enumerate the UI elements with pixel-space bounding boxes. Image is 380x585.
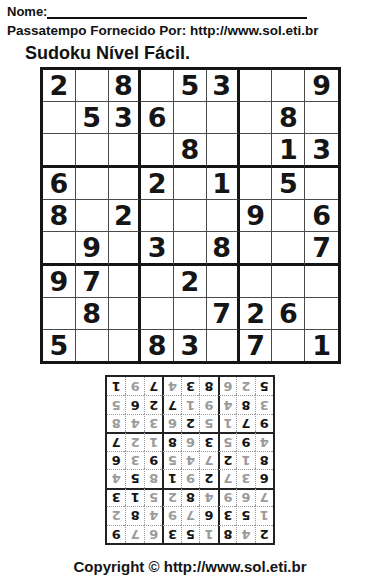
solution-cell: 7	[107, 432, 125, 450]
solution-cell: 6	[181, 432, 199, 450]
solution-grid: 2481536791536794827694825136372918548127…	[105, 375, 275, 545]
solution-cell: 3	[125, 451, 143, 469]
puzzle-cell	[305, 168, 338, 200]
page-header: Nome: Passatempo Fornecido Por: http://w…	[7, 2, 373, 64]
puzzle-cell: 8	[43, 200, 76, 232]
solution-cell: 6	[218, 377, 236, 395]
solution-cell: 1	[162, 469, 180, 487]
puzzle-cell	[240, 70, 273, 102]
solution-cell: 6	[255, 469, 273, 487]
puzzle-cell	[207, 134, 240, 168]
puzzle-cell: 1	[305, 330, 338, 361]
puzzle-cell: 8	[207, 232, 240, 266]
puzzle-cell: 9	[76, 232, 109, 266]
solution-cell: 9	[181, 469, 199, 487]
solution-cell: 8	[218, 525, 236, 543]
name-underline	[47, 4, 307, 19]
solution-cell: 5	[162, 451, 180, 469]
puzzle-cell	[272, 70, 305, 102]
solution-cell: 6	[199, 506, 217, 524]
puzzle-cell	[240, 102, 273, 134]
puzzle-cell: 5	[43, 330, 76, 361]
puzzle-cell: 5	[272, 168, 305, 200]
solution-cell: 3	[162, 525, 180, 543]
solution-cell: 1	[144, 432, 162, 450]
puzzle-cell	[109, 232, 142, 266]
puzzle-cell: 2	[43, 70, 76, 102]
solution-cell: 4	[125, 414, 143, 432]
solution-cell: 7	[199, 451, 217, 469]
provided-by-text: Passatempo Fornecido Por: http://www.sol…	[7, 23, 373, 38]
puzzle-cell: 2	[109, 200, 142, 232]
puzzle-cell: 5	[76, 102, 109, 134]
puzzle-cell: 3	[305, 134, 338, 168]
solution-cell: 4	[236, 525, 254, 543]
solution-cell: 5	[181, 525, 199, 543]
solution-cell: 3	[181, 377, 199, 395]
puzzle-cell	[272, 330, 305, 361]
puzzle-cell	[174, 232, 207, 266]
puzzle-cell: 7	[76, 266, 109, 298]
puzzle-cell	[174, 102, 207, 134]
solution-cell: 8	[162, 432, 180, 450]
puzzle-cell	[305, 102, 338, 134]
solution-cell: 4	[218, 395, 236, 413]
puzzle-cell	[109, 266, 142, 298]
puzzle-cell	[240, 168, 273, 200]
solution-cell: 9	[162, 506, 180, 524]
puzzle-cell	[43, 102, 76, 134]
puzzle-cell	[174, 200, 207, 232]
solution-cell: 2	[125, 432, 143, 450]
puzzle-cell	[141, 134, 174, 168]
puzzle-cell	[207, 330, 240, 361]
puzzle-grid: 285395368813621582969387972872658371	[40, 67, 341, 364]
puzzle-cell: 7	[240, 330, 273, 361]
solution-cell: 7	[162, 395, 180, 413]
puzzle-cell: 6	[272, 298, 305, 330]
solution-cell: 3	[144, 414, 162, 432]
solution-cell: 6	[144, 525, 162, 543]
solution-cell: 8	[125, 506, 143, 524]
solution-cell: 1	[218, 414, 236, 432]
solution-cell: 3	[107, 488, 125, 506]
puzzle-cell	[141, 266, 174, 298]
solution-cell: 5	[107, 395, 125, 413]
puzzle-cell	[305, 298, 338, 330]
solution-cell: 8	[144, 469, 162, 487]
solution-cell: 6	[162, 414, 180, 432]
puzzle-cell	[141, 70, 174, 102]
solution-cell: 3	[255, 395, 273, 413]
puzzle-cell	[240, 232, 273, 266]
solution-cell: 9	[144, 451, 162, 469]
puzzle-cell	[240, 266, 273, 298]
solution-cell: 6	[236, 488, 254, 506]
puzzle-cell	[272, 232, 305, 266]
solution-cell: 5	[199, 414, 217, 432]
solution-cell: 8	[255, 451, 273, 469]
solution-cell: 7	[125, 525, 143, 543]
puzzle-cell: 9	[305, 70, 338, 102]
solution-cell: 3	[236, 469, 254, 487]
solution-cell: 6	[107, 451, 125, 469]
solution-cell: 7	[255, 488, 273, 506]
puzzle-cell	[43, 134, 76, 168]
puzzle-cell: 8	[109, 70, 142, 102]
puzzle-cell	[109, 134, 142, 168]
puzzle-cell: 8	[141, 330, 174, 361]
solution-cell: 5	[218, 432, 236, 450]
solution-cell: 1	[255, 506, 273, 524]
puzzle-cell: 3	[109, 102, 142, 134]
solution-cell: 2	[107, 506, 125, 524]
solution-cell: 3	[199, 432, 217, 450]
page-title: Sudoku Nível Fácil.	[25, 43, 373, 64]
puzzle-cell: 8	[174, 134, 207, 168]
puzzle-cell: 2	[174, 266, 207, 298]
puzzle-cell	[109, 168, 142, 200]
puzzle-cell: 8	[272, 102, 305, 134]
puzzle-cell	[76, 70, 109, 102]
solution-cell: 8	[181, 488, 199, 506]
puzzle-cell	[76, 200, 109, 232]
solution-cell: 7	[144, 377, 162, 395]
puzzle-cell: 3	[141, 232, 174, 266]
solution-cell: 5	[144, 488, 162, 506]
solution-cell: 5	[236, 506, 254, 524]
solution-cell: 4	[199, 488, 217, 506]
solution-cell: 7	[181, 506, 199, 524]
puzzle-cell	[141, 298, 174, 330]
puzzle-cell: 3	[174, 330, 207, 361]
solution-cell: 9	[236, 432, 254, 450]
solution-cell: 6	[125, 395, 143, 413]
puzzle-cell: 1	[272, 134, 305, 168]
solution-cell: 1	[125, 488, 143, 506]
puzzle-cell	[109, 330, 142, 361]
puzzle-cell	[174, 168, 207, 200]
puzzle-cell	[272, 200, 305, 232]
puzzle-cell: 7	[305, 232, 338, 266]
solution-cell: 5	[255, 377, 273, 395]
solution-cell: 2	[255, 525, 273, 543]
puzzle-cell	[43, 232, 76, 266]
solution-cell: 2	[236, 377, 254, 395]
puzzle-cell: 1	[207, 168, 240, 200]
puzzle-cell	[207, 266, 240, 298]
solution-cell: 9	[125, 377, 143, 395]
solution-cell: 1	[107, 377, 125, 395]
puzzle-cell: 3	[207, 70, 240, 102]
solution-cell: 8	[199, 377, 217, 395]
solution-cell: 4	[181, 451, 199, 469]
solution-cell: 2	[144, 395, 162, 413]
solution-cell: 1	[236, 451, 254, 469]
solution-cell: 3	[218, 506, 236, 524]
puzzle-cell: 8	[76, 298, 109, 330]
solution-cell: 1	[199, 525, 217, 543]
puzzle-cell	[174, 298, 207, 330]
puzzle-cell: 5	[174, 70, 207, 102]
solution-cell: 4	[107, 469, 125, 487]
puzzle-cell	[305, 266, 338, 298]
puzzle-cell: 6	[305, 200, 338, 232]
puzzle-cell: 7	[207, 298, 240, 330]
solution-cell: 8	[107, 414, 125, 432]
solution-cell: 9	[255, 414, 273, 432]
puzzle-cell	[272, 266, 305, 298]
solution-cell: 9	[199, 395, 217, 413]
puzzle-cell	[207, 102, 240, 134]
puzzle-cell	[76, 134, 109, 168]
puzzle-cell	[109, 298, 142, 330]
name-row: Nome:	[7, 2, 373, 19]
puzzle-cell: 9	[43, 266, 76, 298]
solution-cell: 5	[125, 469, 143, 487]
solution-cell: 9	[107, 525, 125, 543]
puzzle-cell	[141, 200, 174, 232]
puzzle-cell: 9	[240, 200, 273, 232]
solution-cell: 2	[181, 414, 199, 432]
puzzle-cell: 2	[240, 298, 273, 330]
solution-cell: 8	[236, 395, 254, 413]
name-label: Nome:	[7, 4, 47, 19]
puzzle-cell	[76, 168, 109, 200]
puzzle-cell	[240, 134, 273, 168]
solution-cell: 9	[218, 488, 236, 506]
solution-cell: 4	[255, 432, 273, 450]
solution-cell: 1	[181, 395, 199, 413]
solution-cell: 4	[144, 506, 162, 524]
puzzle-cell	[76, 330, 109, 361]
solution-cell: 4	[162, 377, 180, 395]
puzzle-cell: 6	[141, 102, 174, 134]
solution-cell: 7	[236, 414, 254, 432]
solution-cell: 2	[162, 488, 180, 506]
solution-cell: 7	[218, 469, 236, 487]
puzzle-cell	[207, 200, 240, 232]
puzzle-cell: 2	[141, 168, 174, 200]
solution-cell: 2	[218, 451, 236, 469]
solution-cell: 2	[199, 469, 217, 487]
puzzle-cell: 6	[43, 168, 76, 200]
puzzle-cell	[43, 298, 76, 330]
copyright-text: Copyright © http://www.sol.eti.br	[0, 558, 380, 575]
